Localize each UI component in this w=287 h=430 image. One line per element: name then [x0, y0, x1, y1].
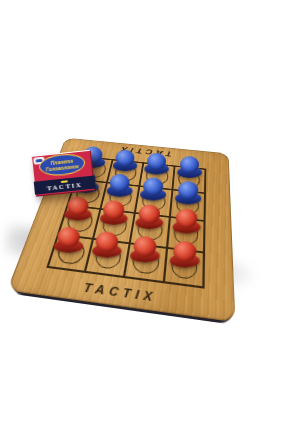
- peg-dome: [95, 231, 117, 252]
- peg-blue-r1c3[interactable]: [175, 179, 201, 204]
- cell-r0c1[interactable]: [107, 160, 143, 187]
- peg-dome: [58, 226, 80, 247]
- peg-hole-ring: [113, 164, 138, 182]
- peg-red-r3c2[interactable]: [130, 234, 160, 262]
- peg-dome: [134, 236, 157, 257]
- peg-dome: [173, 240, 196, 261]
- peg-dome: [176, 209, 197, 229]
- peg-red-r2c2[interactable]: [136, 203, 164, 230]
- peg-red-r2c3[interactable]: [172, 207, 200, 234]
- peg-dome: [178, 181, 198, 200]
- product-photo: TACTIX TACTIX Планета Головоломок TACTIX: [0, 0, 287, 430]
- box-title: TACTIX: [47, 181, 83, 192]
- peg-red-r2c1[interactable]: [100, 199, 127, 225]
- scene: TACTIX TACTIX: [38, 116, 230, 308]
- peg-red-r3c3[interactable]: [170, 239, 200, 268]
- brand-logo: Планета Головоломок: [38, 152, 86, 178]
- peg-hole-ring: [145, 167, 169, 185]
- peg-red-r2c0[interactable]: [64, 195, 91, 221]
- packaging-box: Планета Головоломок TACTIX: [31, 150, 95, 197]
- peg-dome: [103, 200, 124, 219]
- peg-red-r3c0[interactable]: [54, 225, 83, 253]
- peg-red-r3c1[interactable]: [92, 229, 121, 257]
- cell-r0c2[interactable]: [139, 163, 174, 190]
